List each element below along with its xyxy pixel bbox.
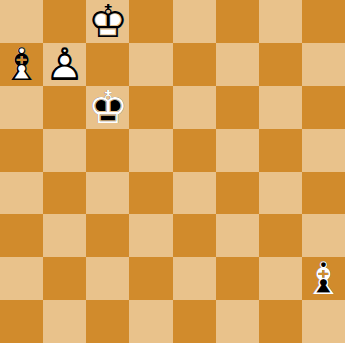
black-bishop-outline-glyph: ♗ xyxy=(302,257,345,300)
square-a6[interactable] xyxy=(0,86,43,129)
square-g1[interactable] xyxy=(259,300,302,343)
square-a1[interactable] xyxy=(0,300,43,343)
square-f5[interactable] xyxy=(216,129,259,172)
square-a3[interactable] xyxy=(0,214,43,257)
square-b6[interactable] xyxy=(43,86,86,129)
square-d2[interactable] xyxy=(129,257,172,300)
square-d4[interactable] xyxy=(129,172,172,215)
black-king-outline-glyph: ♔ xyxy=(86,86,129,129)
piece-white-king[interactable]: ♚♔ xyxy=(86,0,129,43)
square-g6[interactable] xyxy=(259,86,302,129)
square-c6[interactable]: ♚♔ xyxy=(86,86,129,129)
square-b5[interactable] xyxy=(43,129,86,172)
square-g3[interactable] xyxy=(259,214,302,257)
square-e1[interactable] xyxy=(173,300,216,343)
piece-white-pawn[interactable]: ♟♙ xyxy=(43,43,86,86)
square-h5[interactable] xyxy=(302,129,345,172)
square-h3[interactable] xyxy=(302,214,345,257)
square-f2[interactable] xyxy=(216,257,259,300)
square-h4[interactable] xyxy=(302,172,345,215)
square-e4[interactable] xyxy=(173,172,216,215)
square-d3[interactable] xyxy=(129,214,172,257)
square-h1[interactable] xyxy=(302,300,345,343)
square-c7[interactable] xyxy=(86,43,129,86)
square-c1[interactable] xyxy=(86,300,129,343)
square-b1[interactable] xyxy=(43,300,86,343)
square-d7[interactable] xyxy=(129,43,172,86)
square-c3[interactable] xyxy=(86,214,129,257)
square-f3[interactable] xyxy=(216,214,259,257)
square-a4[interactable] xyxy=(0,172,43,215)
square-b8[interactable] xyxy=(43,0,86,43)
square-f4[interactable] xyxy=(216,172,259,215)
square-h6[interactable] xyxy=(302,86,345,129)
square-h2[interactable]: ♝♗ xyxy=(302,257,345,300)
square-e3[interactable] xyxy=(173,214,216,257)
square-h8[interactable] xyxy=(302,0,345,43)
square-e5[interactable] xyxy=(173,129,216,172)
square-b4[interactable] xyxy=(43,172,86,215)
piece-black-bishop[interactable]: ♝♗ xyxy=(302,257,345,300)
square-f6[interactable] xyxy=(216,86,259,129)
chess-board: ♚♔♝♗♟♙♚♔♝♗ xyxy=(0,0,345,343)
square-e8[interactable] xyxy=(173,0,216,43)
square-a2[interactable] xyxy=(0,257,43,300)
square-a8[interactable] xyxy=(0,0,43,43)
square-a5[interactable] xyxy=(0,129,43,172)
square-h7[interactable] xyxy=(302,43,345,86)
square-e6[interactable] xyxy=(173,86,216,129)
square-d1[interactable] xyxy=(129,300,172,343)
square-f1[interactable] xyxy=(216,300,259,343)
square-a7[interactable]: ♝♗ xyxy=(0,43,43,86)
square-d6[interactable] xyxy=(129,86,172,129)
square-d8[interactable] xyxy=(129,0,172,43)
square-c4[interactable] xyxy=(86,172,129,215)
square-f8[interactable] xyxy=(216,0,259,43)
square-e2[interactable] xyxy=(173,257,216,300)
white-bishop-outline-glyph: ♗ xyxy=(0,43,43,86)
square-g7[interactable] xyxy=(259,43,302,86)
square-d5[interactable] xyxy=(129,129,172,172)
square-f7[interactable] xyxy=(216,43,259,86)
piece-white-bishop[interactable]: ♝♗ xyxy=(0,43,43,86)
square-g8[interactable] xyxy=(259,0,302,43)
square-b3[interactable] xyxy=(43,214,86,257)
square-b2[interactable] xyxy=(43,257,86,300)
white-king-outline-glyph: ♔ xyxy=(86,0,129,43)
square-e7[interactable] xyxy=(173,43,216,86)
square-g5[interactable] xyxy=(259,129,302,172)
square-c2[interactable] xyxy=(86,257,129,300)
white-pawn-outline-glyph: ♙ xyxy=(43,43,86,86)
square-g4[interactable] xyxy=(259,172,302,215)
square-g2[interactable] xyxy=(259,257,302,300)
piece-black-king[interactable]: ♚♔ xyxy=(86,86,129,129)
square-c8[interactable]: ♚♔ xyxy=(86,0,129,43)
square-c5[interactable] xyxy=(86,129,129,172)
square-b7[interactable]: ♟♙ xyxy=(43,43,86,86)
